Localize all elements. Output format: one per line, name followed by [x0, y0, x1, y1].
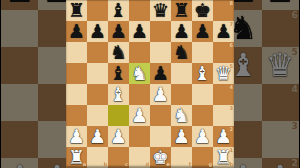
piece-black-pawn[interactable]: ♟: [89, 22, 106, 41]
square-b2[interactable]: ♟: [87, 126, 108, 147]
square-h8[interactable]: 8: [213, 0, 234, 21]
rank-label-8: 8: [230, 1, 233, 6]
square-c6[interactable]: ♞: [108, 42, 129, 63]
square-f8[interactable]: ♜: [171, 0, 192, 21]
square-b3[interactable]: [87, 105, 108, 126]
square-d6[interactable]: [129, 42, 150, 63]
piece-black-rook[interactable]: ♜: [173, 1, 190, 20]
rank-label-6: 6: [230, 43, 233, 48]
square-f7[interactable]: ♟: [171, 21, 192, 42]
piece-white-pawn[interactable]: ♟: [89, 127, 106, 146]
piece-black-pawn[interactable]: ♟: [131, 22, 148, 41]
piece-black-rook[interactable]: ♜: [68, 1, 85, 20]
square-g2[interactable]: ♟: [192, 126, 213, 147]
piece-black-knight[interactable]: ♞: [173, 43, 190, 62]
square-a5[interactable]: [66, 63, 87, 84]
piece-black-queen[interactable]: ♛: [152, 1, 169, 20]
square-d2[interactable]: [129, 126, 150, 147]
piece-black-knight[interactable]: ♞: [110, 43, 127, 62]
square-a5: [1, 47, 38, 84]
square-d4[interactable]: [129, 84, 150, 105]
square-f3[interactable]: ♞: [171, 105, 192, 126]
piece-black-king[interactable]: ♚: [194, 1, 211, 20]
piece-black-pawn[interactable]: ♟: [110, 22, 127, 41]
square-e8[interactable]: ♛: [150, 0, 171, 21]
square-h2[interactable]: ♟2: [213, 126, 234, 147]
square-e1[interactable]: ♚e: [150, 147, 171, 168]
square-h2: ♟2: [262, 158, 299, 168]
square-a4[interactable]: [66, 84, 87, 105]
square-a3[interactable]: [66, 105, 87, 126]
square-c8[interactable]: ♝: [108, 0, 129, 21]
file-label-e: e: [167, 162, 170, 167]
square-h3[interactable]: 3: [213, 105, 234, 126]
square-h7: ♟7: [262, 0, 299, 10]
piece-white-pawn[interactable]: ♟: [152, 85, 169, 104]
square-h3: 3: [262, 121, 299, 158]
square-f2[interactable]: ♟: [171, 126, 192, 147]
square-c2[interactable]: ♟: [108, 126, 129, 147]
rank-label-2: 2: [230, 127, 233, 132]
square-h5[interactable]: ♛5: [213, 63, 234, 84]
file-label-f: f: [189, 162, 191, 167]
square-g1[interactable]: g: [192, 147, 213, 168]
square-a6: [1, 10, 38, 47]
piece-white-pawn[interactable]: ♟: [194, 127, 211, 146]
piece-black-bishop[interactable]: ♝: [110, 64, 127, 83]
square-g3[interactable]: [192, 105, 213, 126]
square-a6[interactable]: [66, 42, 87, 63]
square-a7[interactable]: ♟: [66, 21, 87, 42]
square-h4[interactable]: 4: [213, 84, 234, 105]
chess-board[interactable]: ♜♝♛♜♚8♟♟♟♟♟♟♟7♞♞6♝♞♟♝♛5♝♟4♟♞3♟♟♟♟♟♟2♜abc…: [66, 0, 234, 168]
file-label-c: c: [125, 162, 128, 167]
video-frame: ♜♝♛♜♚8♟♟♟♟♟♟♟7♞♞6♝♞♟♝♛5♝♟4♟♞3♟♟♟♟♟♟2♜abc…: [0, 0, 300, 168]
piece-black-pawn: ♟: [5, 0, 34, 6]
rank-label-4: 4: [230, 85, 233, 90]
square-h6[interactable]: 6: [213, 42, 234, 63]
rank-label-3: 3: [230, 106, 233, 111]
square-h6: 6: [262, 10, 299, 47]
piece-black-pawn[interactable]: ♟: [152, 64, 169, 83]
rank-label-3: 3: [292, 122, 298, 131]
piece-white-pawn: ♟: [266, 160, 295, 168]
square-f6[interactable]: ♞: [171, 42, 192, 63]
square-d5[interactable]: ♞: [129, 63, 150, 84]
piece-black-pawn[interactable]: ♟: [68, 22, 85, 41]
square-g7[interactable]: ♟: [192, 21, 213, 42]
square-b6[interactable]: [87, 42, 108, 63]
square-e7[interactable]: [150, 21, 171, 42]
piece-white-knight[interactable]: ♞: [131, 64, 148, 83]
rank-label-5: 5: [292, 48, 298, 57]
square-f4[interactable]: [171, 84, 192, 105]
square-b4[interactable]: [87, 84, 108, 105]
square-a4: [1, 84, 38, 121]
square-g5[interactable]: ♝: [192, 63, 213, 84]
square-e5[interactable]: ♟: [150, 63, 171, 84]
rank-label-7: 7: [230, 22, 233, 27]
square-g6[interactable]: [192, 42, 213, 63]
piece-white-bishop[interactable]: ♝: [110, 85, 127, 104]
square-e6[interactable]: [150, 42, 171, 63]
square-a7: ♟: [1, 0, 38, 10]
square-h4: 4: [262, 84, 299, 121]
square-e2[interactable]: [150, 126, 171, 147]
square-b5[interactable]: [87, 63, 108, 84]
piece-white-knight[interactable]: ♞: [173, 106, 190, 125]
square-d3[interactable]: ♟: [129, 105, 150, 126]
square-c3[interactable]: [108, 105, 129, 126]
square-h1[interactable]: ♜1h: [213, 147, 234, 168]
file-label-h: h: [229, 162, 233, 167]
square-d8[interactable]: [129, 0, 150, 21]
piece-white-pawn[interactable]: ♟: [110, 127, 127, 146]
square-c4[interactable]: ♝: [108, 84, 129, 105]
piece-black-bishop[interactable]: ♝: [110, 1, 127, 20]
file-label-a: a: [83, 162, 86, 167]
square-g8[interactable]: ♚: [192, 0, 213, 21]
square-g4[interactable]: [192, 84, 213, 105]
rank-label-2: 2: [292, 159, 298, 168]
square-h7[interactable]: ♟7: [213, 21, 234, 42]
square-c1[interactable]: c: [108, 147, 129, 168]
square-b8[interactable]: [87, 0, 108, 21]
piece-white-pawn[interactable]: ♟: [173, 127, 190, 146]
square-a2: ♟: [1, 158, 38, 168]
square-b7[interactable]: ♟: [87, 21, 108, 42]
rank-label-6: 6: [292, 11, 298, 20]
file-label-g: g: [208, 162, 212, 167]
square-a8[interactable]: ♜: [66, 0, 87, 21]
square-d7[interactable]: ♟: [129, 21, 150, 42]
square-e4[interactable]: ♟: [150, 84, 171, 105]
piece-black-pawn[interactable]: ♟: [173, 22, 190, 41]
square-c7[interactable]: ♟: [108, 21, 129, 42]
piece-black-pawn[interactable]: ♟: [194, 22, 211, 41]
square-f1[interactable]: f: [171, 147, 192, 168]
square-a2[interactable]: ♟: [66, 126, 87, 147]
piece-white-pawn[interactable]: ♟: [68, 127, 85, 146]
piece-white-queen: ♛: [266, 49, 295, 81]
piece-white-pawn: ♟: [5, 160, 34, 168]
rank-label-5: 5: [230, 64, 233, 69]
piece-white-bishop[interactable]: ♝: [194, 64, 211, 83]
square-c5[interactable]: ♝: [108, 63, 129, 84]
square-a1[interactable]: ♜a: [66, 147, 87, 168]
square-b1[interactable]: b: [87, 147, 108, 168]
square-e3[interactable]: [150, 105, 171, 126]
square-f5[interactable]: [171, 63, 192, 84]
piece-black-pawn: ♟: [266, 0, 295, 6]
square-a3: [1, 121, 38, 158]
rank-label-4: 4: [292, 85, 298, 94]
piece-white-pawn[interactable]: ♟: [131, 106, 148, 125]
square-d1[interactable]: d: [129, 147, 150, 168]
square-h5: ♛5: [262, 47, 299, 84]
file-label-d: d: [145, 162, 149, 167]
rank-label-1: 1: [230, 148, 233, 153]
file-label-b: b: [103, 162, 107, 167]
